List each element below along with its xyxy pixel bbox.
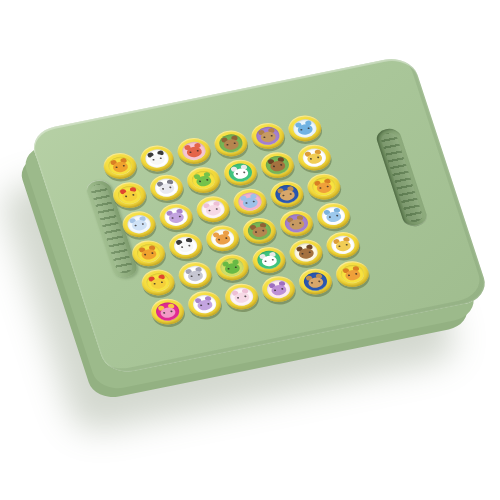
tile-r3c4-elephant <box>230 186 270 217</box>
purple-cat-icon <box>264 278 292 300</box>
tile-r2c4-sheep <box>221 157 261 188</box>
bear-blue-icon <box>273 183 301 205</box>
purple-sheep-icon <box>191 293 219 315</box>
game-board-tray <box>28 54 491 376</box>
tile-r4c3-crab <box>203 223 243 254</box>
frog-icon <box>189 169 217 191</box>
hedgehog-icon <box>263 154 291 176</box>
panda-icon <box>171 235 199 257</box>
bear-blue-icon <box>301 270 329 292</box>
elephant-icon <box>236 191 264 213</box>
giraffe-icon <box>329 234 357 256</box>
tile-r6c4-purple-cat <box>259 273 299 304</box>
tile-r3c6-tiger <box>304 171 344 202</box>
sheep-icon <box>226 161 254 183</box>
tile-r2c5-hedgehog <box>257 149 297 180</box>
tiger-icon <box>338 263 366 285</box>
tile-r1c5-monkey <box>248 120 288 151</box>
tiger-icon <box>310 176 338 198</box>
monkey-icon <box>282 212 310 234</box>
crab-icon <box>208 227 236 249</box>
panda-icon <box>143 147 171 169</box>
tile-r2c2-zebra <box>147 172 187 203</box>
right-grip-handle <box>374 127 429 229</box>
tile-r1c6-whale <box>285 113 325 144</box>
giraffe-icon <box>300 146 328 168</box>
tile-r2c6-giraffe <box>294 142 334 173</box>
tile-grid <box>28 54 411 132</box>
tile-r4c2-panda <box>166 230 206 261</box>
tile-r6c1-magenta-elephant <box>148 296 188 327</box>
tile-r4c5-monkey <box>277 208 317 239</box>
sheep-icon <box>255 249 283 271</box>
rabbit-icon <box>125 213 153 235</box>
tile-r1c2-panda <box>137 143 177 174</box>
crab-icon <box>180 140 208 162</box>
tile-r4c4-bear <box>240 215 280 246</box>
pink-sheep-icon <box>199 198 227 220</box>
tile-r1c1-lion <box>100 150 140 181</box>
hen-icon <box>115 184 143 206</box>
whale-icon <box>291 117 319 139</box>
hedgehog-icon <box>292 241 320 263</box>
tile-r5c1-hen <box>138 267 178 298</box>
tile-r3c5-bear-blue <box>267 179 307 210</box>
purple-sheep-icon <box>162 206 190 228</box>
zebra-icon <box>152 176 180 198</box>
tile-r5c2-koala <box>175 259 215 290</box>
koala-icon <box>181 264 209 286</box>
hippo-icon <box>319 205 347 227</box>
monkey-icon <box>254 125 282 147</box>
right-handle-ridges-texture <box>379 132 424 224</box>
tile-r3c2-purple-sheep <box>156 201 196 232</box>
tile-r5c4-sheep <box>249 244 289 275</box>
hen-icon <box>144 271 172 293</box>
tile-r4c6-hippo <box>313 200 353 231</box>
tile-r1c4-bear <box>211 128 251 159</box>
tile-r3c3-pink-sheep <box>193 194 233 225</box>
bear-icon <box>245 220 273 242</box>
tile-r6c3-pink-sheep <box>222 281 262 312</box>
pink-sheep-icon <box>227 285 255 307</box>
tile-r5c5-hedgehog <box>286 237 326 268</box>
tile-r5c6-giraffe <box>323 229 363 260</box>
lion-icon <box>106 155 134 177</box>
frog-icon <box>218 256 246 278</box>
tile-r6c5-bear-blue <box>296 266 336 297</box>
product-photo-scene <box>0 0 500 500</box>
magenta-elephant-icon <box>154 300 182 322</box>
tile-r6c6-tiger <box>333 258 373 289</box>
tile-r2c3-frog <box>184 164 224 195</box>
lion-icon <box>135 242 163 264</box>
tile-r6c2-purple-sheep <box>185 288 225 319</box>
tile-r1c3-crab <box>174 135 214 166</box>
bear-icon <box>217 132 245 154</box>
tile-r5c3-frog <box>212 252 252 283</box>
